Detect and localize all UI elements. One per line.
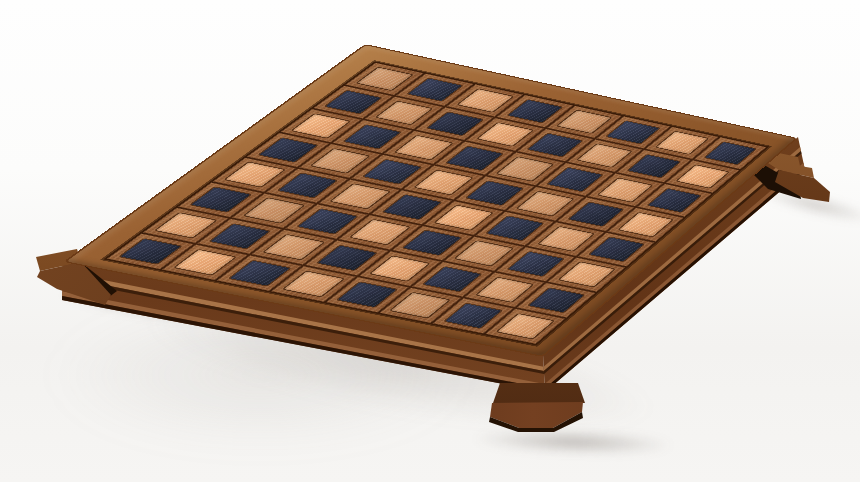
dark-square-inlay — [529, 288, 584, 312]
dark-square-inlay — [259, 138, 317, 162]
light-square-inlay — [312, 149, 369, 173]
dark-square-inlay — [447, 147, 502, 170]
light-square-inlay — [619, 213, 672, 237]
dark-square-inlay — [279, 173, 337, 197]
light-square-inlay — [331, 184, 388, 208]
dark-square-inlay — [590, 237, 644, 261]
light-square-inlay — [357, 67, 412, 90]
dark-square-inlay — [404, 231, 461, 255]
dark-square-inlay — [298, 209, 356, 233]
light-square-inlay — [396, 136, 451, 159]
light-square-inlay — [598, 178, 651, 201]
dark-square-inlay — [210, 224, 270, 249]
dark-square-inlay — [508, 100, 561, 123]
chessboard — [63, 44, 798, 357]
right-foot-shadow — [735, 173, 860, 237]
dark-square-inlay — [607, 121, 659, 144]
light-square-inlay — [518, 192, 572, 216]
dark-square-inlay — [191, 187, 250, 211]
light-square-inlay — [391, 293, 449, 318]
light-square-inlay — [677, 165, 729, 188]
light-square-inlay — [175, 250, 235, 275]
dark-square-inlay — [338, 282, 396, 307]
dark-square-inlay — [364, 160, 420, 184]
light-square-inlay — [371, 256, 428, 281]
dark-square-inlay — [445, 303, 502, 328]
light-square-inlay — [245, 198, 304, 222]
light-square-inlay — [656, 131, 708, 154]
light-square-inlay — [416, 171, 472, 195]
light-square-inlay — [284, 271, 343, 296]
dark-square-inlay — [467, 181, 522, 205]
light-square-inlay — [351, 220, 408, 244]
light-square-inlay — [458, 89, 512, 112]
dark-square-inlay — [487, 216, 542, 240]
light-square-inlay — [376, 101, 431, 124]
light-square-inlay — [436, 206, 492, 230]
dark-square-inlay — [628, 155, 680, 178]
dark-square-inlay — [230, 261, 290, 286]
dark-square-inlay — [548, 168, 602, 191]
light-square-inlay — [578, 144, 631, 167]
dark-square-inlay — [528, 134, 581, 157]
dark-square-inlay — [705, 142, 756, 165]
front-foot-shadow — [438, 421, 709, 462]
product-photo-scene — [0, 0, 860, 482]
light-square-inlay — [478, 123, 532, 146]
light-square-inlay — [497, 314, 553, 339]
light-square-inlay — [293, 114, 350, 137]
light-square-inlay — [558, 110, 611, 133]
light-square-inlay — [264, 235, 323, 260]
light-square-inlay — [456, 241, 512, 265]
dark-square-inlay — [424, 267, 481, 292]
dark-square-inlay — [120, 239, 181, 264]
light-square-inlay — [559, 262, 614, 286]
dark-square-inlay — [325, 91, 381, 114]
dark-square-inlay — [508, 252, 563, 276]
light-square-inlay — [477, 277, 533, 302]
dark-square-inlay — [344, 125, 400, 148]
light-square-inlay — [539, 227, 594, 251]
dark-square-inlay — [384, 195, 440, 219]
board-frame-rim — [63, 44, 798, 357]
light-square-inlay — [226, 163, 284, 187]
dark-square-inlay — [318, 245, 376, 270]
light-square-inlay — [498, 157, 552, 180]
dark-square-inlay — [408, 78, 463, 101]
dark-square-inlay — [569, 202, 623, 226]
dark-square-inlay — [648, 189, 700, 212]
dark-square-inlay — [427, 112, 482, 135]
light-square-inlay — [156, 213, 216, 238]
board-squares-grid — [103, 61, 769, 345]
